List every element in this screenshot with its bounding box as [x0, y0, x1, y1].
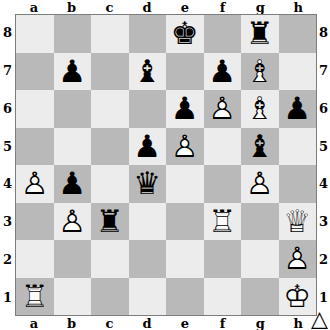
- square-d7[interactable]: ♝: [129, 53, 167, 91]
- black-bishop-g5: ♝: [241, 128, 279, 166]
- square-h3[interactable]: ♛♕: [279, 203, 317, 241]
- rank-label-5-right: 5: [317, 127, 330, 165]
- square-b4[interactable]: ♟: [54, 165, 92, 203]
- square-g4[interactable]: ♟♙: [241, 165, 279, 203]
- square-g3[interactable]: [241, 203, 279, 241]
- black-bishop-d7: ♝: [129, 53, 167, 91]
- rank-labels-right: 87654321: [317, 14, 330, 316]
- file-labels-top: abcdefgh: [15, 0, 317, 14]
- piece-glyph: ♟: [204, 53, 242, 91]
- square-h6[interactable]: ♟: [279, 90, 317, 128]
- square-c7[interactable]: [91, 53, 129, 91]
- square-f2[interactable]: [204, 240, 242, 278]
- piece-outline-layer: ♙: [204, 90, 242, 128]
- square-e2[interactable]: [166, 240, 204, 278]
- square-h5[interactable]: [279, 128, 317, 166]
- square-a6[interactable]: [16, 90, 54, 128]
- white-pawn-a4: ♟♙: [16, 165, 54, 203]
- square-g2[interactable]: [241, 240, 279, 278]
- rank-label-6-right: 6: [317, 90, 330, 128]
- black-pawn-h6: ♟: [279, 90, 317, 128]
- square-b3[interactable]: ♟♙: [54, 203, 92, 241]
- piece-glyph: ♟: [129, 128, 167, 166]
- black-rook-c3: ♜: [91, 203, 129, 241]
- piece-outline-layer: ♙: [241, 165, 279, 203]
- white-pawn-b3: ♟♙: [54, 203, 92, 241]
- square-d8[interactable]: [129, 15, 167, 53]
- black-pawn-e6: ♟: [166, 90, 204, 128]
- piece-glyph: ♟: [54, 53, 92, 91]
- black-queen-d4: ♛: [129, 165, 167, 203]
- piece-outline-layer: ♙: [279, 240, 317, 278]
- piece-outline-layer: ♖: [16, 278, 54, 316]
- square-d4[interactable]: ♛: [129, 165, 167, 203]
- square-f5[interactable]: [204, 128, 242, 166]
- file-label-c-bottom: c: [91, 316, 129, 330]
- square-f6[interactable]: ♟♙: [204, 90, 242, 128]
- square-c2[interactable]: [91, 240, 129, 278]
- rank-label-2-right: 2: [317, 241, 330, 279]
- square-b2[interactable]: [54, 240, 92, 278]
- rank-label-8-right: 8: [317, 14, 330, 52]
- rank-label-2-left: 2: [0, 241, 15, 279]
- square-g7[interactable]: ♝♗: [241, 53, 279, 91]
- square-a1[interactable]: ♜♖: [16, 278, 54, 316]
- square-a7[interactable]: [16, 53, 54, 91]
- rank-labels-left: 87654321: [0, 14, 15, 316]
- square-b7[interactable]: ♟: [54, 53, 92, 91]
- white-pawn-f6: ♟♙: [204, 90, 242, 128]
- rank-label-7-left: 7: [0, 52, 15, 90]
- square-c6[interactable]: [91, 90, 129, 128]
- square-b8[interactable]: [54, 15, 92, 53]
- square-b5[interactable]: [54, 128, 92, 166]
- square-b1[interactable]: [54, 278, 92, 316]
- file-label-d-bottom: d: [128, 316, 166, 330]
- file-label-d-top: d: [128, 0, 166, 14]
- square-a3[interactable]: [16, 203, 54, 241]
- square-e5[interactable]: ♟♙: [166, 128, 204, 166]
- piece-glyph: ♜: [241, 15, 279, 53]
- square-h2[interactable]: ♟♙: [279, 240, 317, 278]
- square-h8[interactable]: [279, 15, 317, 53]
- square-c5[interactable]: [91, 128, 129, 166]
- black-pawn-f7: ♟: [204, 53, 242, 91]
- square-d3[interactable]: [129, 203, 167, 241]
- file-labels-bottom: abcdefgh: [15, 316, 317, 330]
- square-e6[interactable]: ♟: [166, 90, 204, 128]
- piece-glyph: ♟: [279, 90, 317, 128]
- square-e1[interactable]: [166, 278, 204, 316]
- black-pawn-b4: ♟: [54, 165, 92, 203]
- square-h7[interactable]: [279, 53, 317, 91]
- square-d2[interactable]: [129, 240, 167, 278]
- file-label-g-top: g: [242, 0, 280, 14]
- piece-outline-layer: ♕: [279, 203, 317, 241]
- white-rook-f3: ♜♖: [204, 203, 242, 241]
- rank-label-8-left: 8: [0, 14, 15, 52]
- white-to-move-indicator: △: [311, 308, 328, 330]
- white-pawn-e5: ♟♙: [166, 128, 204, 166]
- file-label-a-bottom: a: [15, 316, 53, 330]
- file-label-g-bottom: g: [242, 316, 280, 330]
- square-c3[interactable]: ♜: [91, 203, 129, 241]
- black-pawn-d5: ♟: [129, 128, 167, 166]
- square-h4[interactable]: [279, 165, 317, 203]
- white-queen-h3: ♛♕: [279, 203, 317, 241]
- chess-board: ♚♜♟♝♟♝♗♟♟♙♝♗♟♟♟♙♝♟♙♟♛♟♙♟♙♜♜♖♛♕♟♙♜♖♚♔: [15, 14, 317, 316]
- square-f8[interactable]: [204, 15, 242, 53]
- piece-outline-layer: ♙: [166, 128, 204, 166]
- white-pawn-h2: ♟♙: [279, 240, 317, 278]
- square-c4[interactable]: [91, 165, 129, 203]
- square-d6[interactable]: [129, 90, 167, 128]
- square-g1[interactable]: [241, 278, 279, 316]
- piece-glyph: ♛: [129, 165, 167, 203]
- white-bishop-g7: ♝♗: [241, 53, 279, 91]
- square-g8[interactable]: ♜: [241, 15, 279, 53]
- black-rook-g8: ♜: [241, 15, 279, 53]
- file-label-b-bottom: b: [53, 316, 91, 330]
- file-label-a-top: a: [15, 0, 53, 14]
- file-label-e-bottom: e: [166, 316, 204, 330]
- rank-label-7-right: 7: [317, 52, 330, 90]
- file-label-e-top: e: [166, 0, 204, 14]
- square-e8[interactable]: ♚: [166, 15, 204, 53]
- square-b6[interactable]: [54, 90, 92, 128]
- square-a4[interactable]: ♟♙: [16, 165, 54, 203]
- square-f4[interactable]: [204, 165, 242, 203]
- piece-glyph: ♜: [91, 203, 129, 241]
- square-e4[interactable]: [166, 165, 204, 203]
- rank-label-4-right: 4: [317, 165, 330, 203]
- black-pawn-b7: ♟: [54, 53, 92, 91]
- piece-glyph: ♝: [129, 53, 167, 91]
- piece-glyph: ♝: [241, 128, 279, 166]
- piece-glyph: ♟: [166, 90, 204, 128]
- white-rook-a1: ♜♖: [16, 278, 54, 316]
- file-label-f-bottom: f: [204, 316, 242, 330]
- white-pawn-g4: ♟♙: [241, 165, 279, 203]
- square-e7[interactable]: [166, 53, 204, 91]
- square-g5[interactable]: ♝: [241, 128, 279, 166]
- chess-diagram: abcdefgh 87654321 ♚♜♟♝♟♝♗♟♟♙♝♗♟♟♟♙♝♟♙♟♛♟…: [0, 0, 330, 330]
- rank-label-1-left: 1: [0, 278, 15, 316]
- piece-outline-layer: ♗: [241, 53, 279, 91]
- piece-glyph: ♟: [54, 165, 92, 203]
- rank-label-4-left: 4: [0, 165, 15, 203]
- black-king-e8: ♚: [166, 15, 204, 53]
- rank-label-6-left: 6: [0, 90, 15, 128]
- piece-outline-layer: ♖: [204, 203, 242, 241]
- piece-outline-layer: ♗: [241, 90, 279, 128]
- square-d5[interactable]: ♟: [129, 128, 167, 166]
- square-f1[interactable]: [204, 278, 242, 316]
- square-a5[interactable]: [16, 128, 54, 166]
- square-e3[interactable]: [166, 203, 204, 241]
- piece-outline-layer: ♙: [54, 203, 92, 241]
- file-label-h-top: h: [279, 0, 317, 14]
- square-a2[interactable]: [16, 240, 54, 278]
- piece-glyph: ♚: [166, 15, 204, 53]
- rank-label-3-left: 3: [0, 203, 15, 241]
- rank-label-3-right: 3: [317, 203, 330, 241]
- square-c1[interactable]: [91, 278, 129, 316]
- square-f3[interactable]: ♜♖: [204, 203, 242, 241]
- file-label-f-top: f: [204, 0, 242, 14]
- square-d1[interactable]: [129, 278, 167, 316]
- square-c8[interactable]: [91, 15, 129, 53]
- rank-label-5-left: 5: [0, 127, 15, 165]
- square-f7[interactable]: ♟: [204, 53, 242, 91]
- square-a8[interactable]: [16, 15, 54, 53]
- file-label-b-top: b: [53, 0, 91, 14]
- white-bishop-g6: ♝♗: [241, 90, 279, 128]
- square-g6[interactable]: ♝♗: [241, 90, 279, 128]
- file-label-c-top: c: [91, 0, 129, 14]
- piece-outline-layer: ♙: [16, 165, 54, 203]
